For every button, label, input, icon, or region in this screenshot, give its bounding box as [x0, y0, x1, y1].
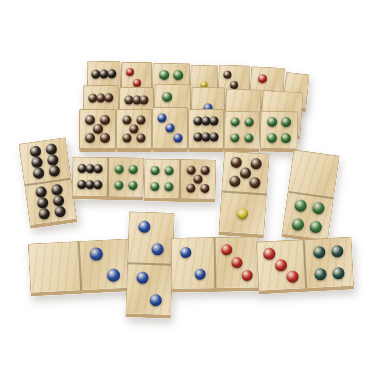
pip-red: [221, 244, 232, 255]
pip-brown: [137, 115, 146, 124]
pip-brown: [85, 133, 95, 143]
domino-half-0: [29, 242, 80, 292]
domino-half-6: [19, 138, 70, 184]
pip-brown: [104, 94, 113, 103]
pip-green: [159, 70, 169, 80]
domino-half-5: [80, 110, 115, 148]
pip-red: [133, 79, 141, 87]
pip-brown: [130, 125, 139, 134]
pip-green: [267, 133, 277, 143]
pip-black: [37, 197, 49, 209]
domino-half-5: [222, 152, 269, 194]
domino-half-5: [179, 160, 216, 199]
pip-green: [231, 117, 240, 126]
pip-brown: [85, 115, 95, 125]
pip-green: [293, 199, 307, 213]
domino-half-4: [261, 112, 298, 149]
pip-blue: [152, 243, 164, 255]
pip-brown: [140, 96, 149, 105]
pip-blue: [89, 248, 103, 262]
domino-half-2: [172, 238, 215, 289]
pip-green: [114, 181, 123, 190]
domino-3-4[interactable]: [256, 237, 355, 295]
pip-black: [45, 143, 57, 155]
domino-half-6: [189, 110, 223, 148]
pip-black: [31, 156, 43, 168]
pip-teal: [332, 266, 345, 279]
pip-red: [263, 247, 276, 260]
pip-black: [93, 180, 102, 189]
pip-brown: [249, 177, 261, 189]
pip-green: [151, 166, 160, 175]
back3-face-4b[interactable]: [260, 111, 299, 153]
pip-brown: [186, 165, 195, 174]
pip-blue: [174, 134, 183, 143]
pip-blue: [195, 269, 206, 280]
domino-0-2[interactable]: [28, 238, 132, 296]
pip-brown: [250, 158, 262, 170]
pip-teal: [331, 245, 344, 258]
pip-green: [128, 164, 137, 173]
pip-blue: [138, 220, 150, 232]
pip-brown: [193, 175, 202, 184]
pip-black: [94, 165, 103, 174]
domino-2-2[interactable]: [125, 211, 175, 319]
domino-half-2: [77, 239, 130, 290]
domino-half-4: [303, 238, 353, 288]
back3-face-6[interactable]: [188, 109, 224, 152]
pip-red: [231, 257, 242, 268]
domino-half-4: [225, 112, 260, 149]
domino-6-6[interactable]: [18, 137, 78, 229]
pip-brown: [100, 115, 110, 125]
pip-brown: [229, 175, 241, 187]
pip-green: [115, 164, 124, 173]
pip-black: [210, 117, 219, 126]
pip-black: [54, 206, 66, 218]
pip-blue: [180, 247, 191, 258]
pip-red: [286, 271, 299, 284]
pip-green: [150, 182, 159, 191]
pip-blue: [107, 268, 121, 282]
pip-brown: [231, 157, 243, 169]
pip-green: [164, 183, 173, 192]
pip-black: [210, 132, 219, 141]
pip-black: [46, 154, 58, 166]
pip-green: [281, 117, 291, 127]
pip-green: [267, 117, 277, 127]
pip-yellow: [237, 208, 249, 220]
domino-half-2: [126, 262, 172, 315]
pip-green: [309, 220, 323, 234]
domino-half-2: [128, 212, 174, 263]
domino-half-3: [257, 240, 305, 290]
pip-blue: [150, 294, 162, 306]
pip-black: [32, 167, 44, 179]
back3-face-5[interactable]: [79, 109, 116, 152]
back3-face-5b[interactable]: [116, 109, 152, 152]
pip-green: [164, 166, 173, 175]
back3-face-3[interactable]: [152, 107, 188, 152]
pip-green: [173, 70, 183, 80]
domino-4-5[interactable]: [144, 158, 217, 202]
pip-brown: [122, 115, 131, 124]
pip-brown: [186, 184, 195, 193]
domino-2-3[interactable]: [171, 236, 260, 293]
pip-teal: [314, 267, 327, 280]
domino-half-3: [214, 237, 259, 288]
domino-half-4: [283, 191, 334, 240]
pip-black: [48, 165, 60, 177]
domino-6-4[interactable]: [72, 156, 145, 200]
pip-red: [126, 68, 134, 76]
pip-red: [242, 270, 253, 281]
pip-brown: [201, 166, 210, 175]
pip-red: [257, 74, 266, 83]
pip-green: [244, 118, 253, 127]
pip-green: [281, 133, 291, 143]
pip-black: [35, 186, 47, 198]
pip-teal: [313, 246, 326, 259]
pip-green: [244, 133, 253, 142]
pip-brown: [240, 167, 252, 179]
pip-brown: [201, 184, 210, 193]
domino-half-0: [289, 150, 339, 197]
domino-half-1: [219, 190, 266, 234]
back3-face-4[interactable]: [224, 111, 261, 153]
domino-half-4: [107, 158, 144, 197]
pip-black: [38, 208, 50, 220]
pip-green: [162, 92, 172, 102]
pip-brown: [122, 134, 131, 143]
pip-green: [291, 217, 305, 231]
dominoes-scene: [0, 0, 375, 375]
domino-half-4: [145, 159, 180, 198]
pip-red: [275, 259, 288, 272]
pip-black: [107, 69, 116, 78]
domino-half-6: [25, 177, 76, 224]
pip-green: [230, 133, 239, 142]
pip-brown: [137, 134, 146, 143]
domino-half-5: [117, 110, 151, 148]
domino-half-3: [153, 108, 187, 148]
pip-black: [52, 195, 64, 207]
domino-0-4[interactable]: [281, 149, 340, 244]
pip-black: [29, 145, 41, 157]
domino-5-1[interactable]: [218, 150, 270, 238]
pip-blue: [166, 124, 175, 133]
pip-brown: [223, 71, 231, 79]
pip-blue: [157, 113, 166, 122]
pip-black: [51, 184, 63, 196]
pip-green: [128, 181, 137, 190]
pip-green: [311, 202, 325, 216]
pip-brown: [100, 133, 110, 143]
pip-blue: [136, 272, 148, 284]
domino-half-6: [73, 157, 108, 196]
pip-brown: [93, 124, 103, 134]
